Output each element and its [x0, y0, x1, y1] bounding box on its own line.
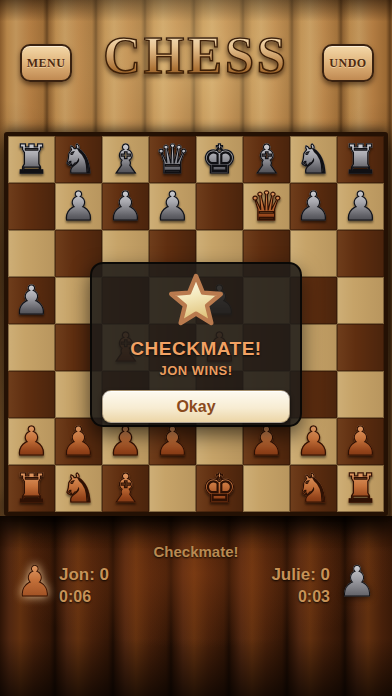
square-h3[interactable]	[337, 371, 384, 418]
square-a7[interactable]	[8, 183, 55, 230]
black-pawn: ♟	[337, 183, 384, 230]
square-b1[interactable]: ♞	[55, 465, 102, 512]
square-h6[interactable]	[337, 230, 384, 277]
square-f8[interactable]: ♝	[243, 136, 290, 183]
square-a2[interactable]: ♟	[8, 418, 55, 465]
black-pawn: ♟	[8, 277, 55, 324]
black-rook: ♜	[8, 136, 55, 183]
square-d1[interactable]	[149, 465, 196, 512]
star-icon	[165, 273, 227, 331]
square-h4[interactable]	[337, 324, 384, 371]
black-bishop: ♝	[243, 136, 290, 183]
square-h5[interactable]	[337, 277, 384, 324]
white-pawn: ♟	[290, 418, 337, 465]
square-h1[interactable]: ♜	[337, 465, 384, 512]
black-bishop: ♝	[102, 136, 149, 183]
black-king: ♚	[196, 136, 243, 183]
left-player-clock: 0:06	[59, 588, 91, 606]
square-f7[interactable]: ♛	[243, 183, 290, 230]
square-h7[interactable]: ♟	[337, 183, 384, 230]
square-c1[interactable]: ♝	[102, 465, 149, 512]
square-a1[interactable]: ♜	[8, 465, 55, 512]
white-rook: ♜	[337, 465, 384, 512]
white-knight: ♞	[55, 465, 102, 512]
white-pawn: ♟	[55, 418, 102, 465]
white-queen: ♛	[243, 183, 290, 230]
square-g2[interactable]: ♟	[290, 418, 337, 465]
square-f1[interactable]	[243, 465, 290, 512]
black-queen: ♛	[149, 136, 196, 183]
left-player-score: Jon: 0	[59, 565, 109, 585]
square-e1[interactable]: ♚	[196, 465, 243, 512]
square-a3[interactable]	[8, 371, 55, 418]
square-d7[interactable]: ♟	[149, 183, 196, 230]
black-pawn: ♟	[55, 183, 102, 230]
black-pawn: ♟	[290, 183, 337, 230]
black-knight: ♞	[55, 136, 102, 183]
dialog-title: CHECKMATE!	[92, 338, 300, 360]
square-b8[interactable]: ♞	[55, 136, 102, 183]
square-h8[interactable]: ♜	[337, 136, 384, 183]
square-a4[interactable]	[8, 324, 55, 371]
okay-button[interactable]: Okay	[102, 390, 290, 423]
square-d8[interactable]: ♛	[149, 136, 196, 183]
black-pawn: ♟	[149, 183, 196, 230]
square-b2[interactable]: ♟	[55, 418, 102, 465]
chess-app: MENU CHESS UNDO ♜♞♝♛♚♝♞♜♟♟♟♛♟♟♟♟♝♟♟♟♟♟♟♟…	[0, 0, 392, 696]
black-knight: ♞	[290, 136, 337, 183]
black-pawn: ♟	[102, 183, 149, 230]
white-pawn: ♟	[8, 418, 55, 465]
right-player-clock: 0:03	[298, 588, 330, 606]
square-e8[interactable]: ♚	[196, 136, 243, 183]
square-g7[interactable]: ♟	[290, 183, 337, 230]
status-message: Checkmate!	[0, 543, 392, 560]
dialog-subtitle: JON WINS!	[92, 363, 300, 378]
square-c8[interactable]: ♝	[102, 136, 149, 183]
white-king: ♚	[196, 465, 243, 512]
white-knight: ♞	[290, 465, 337, 512]
checkmate-dialog: CHECKMATE! JON WINS! Okay	[90, 262, 302, 427]
square-g8[interactable]: ♞	[290, 136, 337, 183]
square-a8[interactable]: ♜	[8, 136, 55, 183]
square-h2[interactable]: ♟	[337, 418, 384, 465]
white-pawn: ♟	[337, 418, 384, 465]
square-b7[interactable]: ♟	[55, 183, 102, 230]
square-c7[interactable]: ♟	[102, 183, 149, 230]
square-e7[interactable]	[196, 183, 243, 230]
right-player-score: Julie: 0	[271, 565, 330, 585]
white-rook: ♜	[8, 465, 55, 512]
undo-button[interactable]: UNDO	[322, 44, 374, 82]
white-bishop: ♝	[102, 465, 149, 512]
square-a5[interactable]: ♟	[8, 277, 55, 324]
bronze-pawn-icon: ♟	[16, 557, 54, 607]
square-a6[interactable]	[8, 230, 55, 277]
square-g1[interactable]: ♞	[290, 465, 337, 512]
silver-pawn-icon: ♟	[338, 557, 376, 607]
black-rook: ♜	[337, 136, 384, 183]
